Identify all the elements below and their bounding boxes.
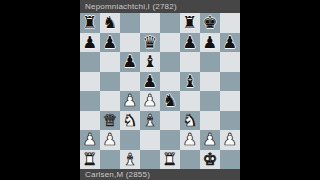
square-h2[interactable]: ♟	[220, 130, 240, 150]
square-f7[interactable]: ♟	[180, 33, 200, 53]
piece-black-pawn: ♟	[183, 33, 198, 52]
square-h4[interactable]	[220, 91, 240, 111]
square-g7[interactable]: ♟	[200, 33, 220, 53]
square-d1[interactable]	[140, 150, 160, 170]
player-label-black: Nepomniachtchi,I (2782)	[80, 0, 240, 13]
piece-white-bishop: ♝	[143, 111, 158, 130]
square-c6[interactable]: ♟	[120, 52, 140, 72]
square-b1[interactable]	[100, 150, 120, 170]
square-a4[interactable]	[80, 91, 100, 111]
square-f2[interactable]: ♟	[180, 130, 200, 150]
square-g1[interactable]: ♚	[200, 150, 220, 170]
square-f8[interactable]: ♜	[180, 13, 200, 33]
square-f4[interactable]	[180, 91, 200, 111]
square-g2[interactable]: ♟	[200, 130, 220, 150]
piece-white-pawn: ♟	[203, 130, 218, 149]
square-e2[interactable]	[160, 130, 180, 150]
square-b7[interactable]: ♟	[100, 33, 120, 53]
square-d4[interactable]: ♟	[140, 91, 160, 111]
piece-white-bishop: ♝	[123, 150, 138, 169]
square-c4[interactable]: ♟	[120, 91, 140, 111]
piece-white-knight: ♞	[183, 111, 198, 130]
piece-white-pawn: ♟	[103, 130, 118, 149]
square-d7[interactable]: ♛	[140, 33, 160, 53]
piece-black-pawn: ♟	[83, 33, 98, 52]
square-a6[interactable]	[80, 52, 100, 72]
piece-black-knight: ♞	[163, 91, 178, 110]
square-g6[interactable]	[200, 52, 220, 72]
square-e3[interactable]	[160, 111, 180, 131]
piece-black-pawn: ♟	[103, 33, 118, 52]
piece-black-king: ♚	[203, 13, 218, 32]
square-c5[interactable]	[120, 72, 140, 92]
square-d6[interactable]: ♝	[140, 52, 160, 72]
piece-white-rook: ♜	[83, 150, 98, 169]
square-g5[interactable]	[200, 72, 220, 92]
piece-black-pawn: ♟	[203, 33, 218, 52]
square-a1[interactable]: ♜	[80, 150, 100, 170]
square-d8[interactable]	[140, 13, 160, 33]
square-h8[interactable]	[220, 13, 240, 33]
square-f6[interactable]	[180, 52, 200, 72]
piece-black-rook: ♜	[183, 13, 198, 32]
square-g8[interactable]: ♚	[200, 13, 220, 33]
square-f3[interactable]: ♞	[180, 111, 200, 131]
square-f5[interactable]: ♝	[180, 72, 200, 92]
square-g3[interactable]	[200, 111, 220, 131]
square-e1[interactable]: ♜	[160, 150, 180, 170]
piece-black-knight: ♞	[103, 13, 118, 32]
square-a5[interactable]	[80, 72, 100, 92]
square-g4[interactable]	[200, 91, 220, 111]
square-a8[interactable]: ♜	[80, 13, 100, 33]
square-d2[interactable]	[140, 130, 160, 150]
piece-white-knight: ♞	[123, 111, 138, 130]
piece-black-bishop: ♝	[143, 52, 158, 71]
square-a7[interactable]: ♟	[80, 33, 100, 53]
piece-white-king: ♚	[203, 150, 218, 169]
square-h3[interactable]	[220, 111, 240, 131]
square-e4[interactable]: ♞	[160, 91, 180, 111]
square-c3[interactable]: ♞	[120, 111, 140, 131]
piece-white-pawn: ♟	[83, 130, 98, 149]
square-f1[interactable]	[180, 150, 200, 170]
square-b2[interactable]: ♟	[100, 130, 120, 150]
square-b3[interactable]: ♛	[100, 111, 120, 131]
square-e7[interactable]	[160, 33, 180, 53]
piece-black-queen: ♛	[143, 33, 158, 52]
square-b5[interactable]	[100, 72, 120, 92]
piece-white-pawn: ♟	[223, 130, 238, 149]
piece-black-rook: ♜	[83, 13, 98, 32]
piece-black-pawn: ♟	[123, 52, 138, 71]
square-c2[interactable]	[120, 130, 140, 150]
square-c8[interactable]	[120, 13, 140, 33]
square-a3[interactable]	[80, 111, 100, 131]
piece-white-rook: ♜	[163, 150, 178, 169]
square-b8[interactable]: ♞	[100, 13, 120, 33]
square-h7[interactable]: ♟	[220, 33, 240, 53]
piece-black-bishop: ♝	[183, 72, 198, 91]
player-label-white: Carlsen,M (2855)	[80, 169, 240, 180]
piece-black-pawn: ♟	[143, 72, 158, 91]
video-frame: Nepomniachtchi,I (2782) ♜♞♜♚♟♟♛♟♟♟♟♝♟♝♟♟…	[80, 0, 240, 180]
piece-white-pawn: ♟	[143, 91, 158, 110]
square-h5[interactable]	[220, 72, 240, 92]
piece-white-queen: ♛	[103, 111, 118, 130]
piece-black-pawn: ♟	[223, 33, 238, 52]
square-h1[interactable]	[220, 150, 240, 170]
square-a2[interactable]: ♟	[80, 130, 100, 150]
chess-board: ♜♞♜♚♟♟♛♟♟♟♟♝♟♝♟♟♞♛♞♝♞♟♟♟♟♟♜♝♜♚	[80, 13, 240, 169]
square-c7[interactable]	[120, 33, 140, 53]
square-b4[interactable]	[100, 91, 120, 111]
piece-white-pawn: ♟	[183, 130, 198, 149]
square-c1[interactable]: ♝	[120, 150, 140, 170]
square-b6[interactable]	[100, 52, 120, 72]
square-d5[interactable]: ♟	[140, 72, 160, 92]
square-h6[interactable]	[220, 52, 240, 72]
square-e6[interactable]	[160, 52, 180, 72]
square-e5[interactable]	[160, 72, 180, 92]
piece-white-pawn: ♟	[123, 91, 138, 110]
square-e8[interactable]	[160, 13, 180, 33]
square-d3[interactable]: ♝	[140, 111, 160, 131]
